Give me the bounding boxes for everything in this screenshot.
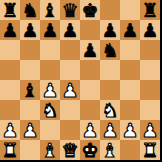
white-pawn-icon: ♟ [121,120,138,140]
square-a3[interactable] [0,100,20,120]
square-d8[interactable]: ♛ [60,0,80,20]
square-h2[interactable]: ♟ [140,120,160,140]
square-e6[interactable]: ♟ [80,40,100,60]
black-knight-icon: ♞ [101,40,118,60]
square-f1[interactable]: ♝ [100,140,120,160]
square-e7[interactable] [80,20,100,40]
square-e1[interactable]: ♚ [80,140,100,160]
square-f3[interactable]: ♞ [100,100,120,120]
square-d4[interactable]: ♟ [60,80,80,100]
square-b7[interactable]: ♟ [20,20,40,40]
square-a8[interactable]: ♜ [0,0,20,20]
black-pawn-icon: ♟ [61,20,78,40]
black-king-icon: ♚ [81,0,98,20]
white-pawn-icon: ♟ [1,120,18,140]
square-c5[interactable] [40,60,60,80]
black-pawn-icon: ♟ [1,20,18,40]
square-g3[interactable] [120,100,140,120]
square-h1[interactable]: ♜ [140,140,160,160]
square-d1[interactable]: ♛ [60,140,80,160]
square-e5[interactable] [80,60,100,80]
square-b5[interactable] [20,60,40,80]
white-rook-icon: ♜ [1,140,18,160]
black-knight-icon: ♞ [21,0,38,20]
white-pawn-icon: ♟ [101,120,118,140]
square-e3[interactable] [80,100,100,120]
square-g8[interactable] [120,0,140,20]
square-d6[interactable] [60,40,80,60]
white-pawn-icon: ♟ [141,120,158,140]
white-bishop-icon: ♝ [41,140,58,160]
black-bishop-icon: ♝ [21,80,38,100]
square-f4[interactable] [100,80,120,100]
square-g4[interactable] [120,80,140,100]
square-f6[interactable]: ♞ [100,40,120,60]
square-a4[interactable] [0,80,20,100]
square-a1[interactable]: ♜ [0,140,20,160]
white-king-icon: ♚ [81,140,98,160]
black-queen-icon: ♛ [61,0,78,20]
square-g2[interactable]: ♟ [120,120,140,140]
square-c2[interactable] [40,120,60,140]
square-h7[interactable]: ♟ [140,20,160,40]
square-d2[interactable] [60,120,80,140]
square-e2[interactable]: ♟ [80,120,100,140]
square-c8[interactable]: ♝ [40,0,60,20]
chess-board: ♜♞♝♛♚♜♟♟♟♟♟♟♟♟♞♝♟♟♞♞♟♟♟♟♟♟♜♝♛♚♝♜ [0,0,160,160]
square-b4[interactable]: ♝ [20,80,40,100]
square-b6[interactable] [20,40,40,60]
square-h8[interactable]: ♜ [140,0,160,20]
chess-app-window: ♜♞♝♛♚♜♟♟♟♟♟♟♟♟♞♝♟♟♞♞♟♟♟♟♟♟♜♝♛♚♝♜ [0,0,162,162]
square-c4[interactable]: ♟ [40,80,60,100]
square-f7[interactable]: ♟ [100,20,120,40]
black-pawn-icon: ♟ [41,20,58,40]
black-pawn-icon: ♟ [141,20,158,40]
white-rook-icon: ♜ [141,140,158,160]
square-a6[interactable] [0,40,20,60]
square-c1[interactable]: ♝ [40,140,60,160]
white-pawn-icon: ♟ [21,120,38,140]
white-pawn-icon: ♟ [41,80,58,100]
black-rook-icon: ♜ [141,0,158,20]
white-queen-icon: ♛ [61,140,78,160]
square-h4[interactable] [140,80,160,100]
square-c7[interactable]: ♟ [40,20,60,40]
square-c6[interactable] [40,40,60,60]
square-f2[interactable]: ♟ [100,120,120,140]
square-b1[interactable] [20,140,40,160]
square-f8[interactable] [100,0,120,20]
black-pawn-icon: ♟ [101,20,118,40]
square-h3[interactable] [140,100,160,120]
square-b3[interactable] [20,100,40,120]
square-g5[interactable] [120,60,140,80]
square-a2[interactable]: ♟ [0,120,20,140]
white-pawn-icon: ♟ [61,80,78,100]
square-h5[interactable] [140,60,160,80]
white-knight-icon: ♞ [41,100,58,120]
square-g6[interactable] [120,40,140,60]
square-e4[interactable] [80,80,100,100]
square-b8[interactable]: ♞ [20,0,40,20]
black-bishop-icon: ♝ [41,0,58,20]
square-g7[interactable]: ♟ [120,20,140,40]
white-bishop-icon: ♝ [101,140,118,160]
black-pawn-icon: ♟ [21,20,38,40]
square-d3[interactable] [60,100,80,120]
square-f5[interactable] [100,60,120,80]
white-pawn-icon: ♟ [81,120,98,140]
square-b2[interactable]: ♟ [20,120,40,140]
square-c3[interactable]: ♞ [40,100,60,120]
black-rook-icon: ♜ [1,0,18,20]
black-pawn-icon: ♟ [81,40,98,60]
square-e8[interactable]: ♚ [80,0,100,20]
black-pawn-icon: ♟ [121,20,138,40]
square-d7[interactable]: ♟ [60,20,80,40]
white-knight-icon: ♞ [101,100,118,120]
square-h6[interactable] [140,40,160,60]
square-g1[interactable] [120,140,140,160]
square-a5[interactable] [0,60,20,80]
square-d5[interactable] [60,60,80,80]
square-a7[interactable]: ♟ [0,20,20,40]
